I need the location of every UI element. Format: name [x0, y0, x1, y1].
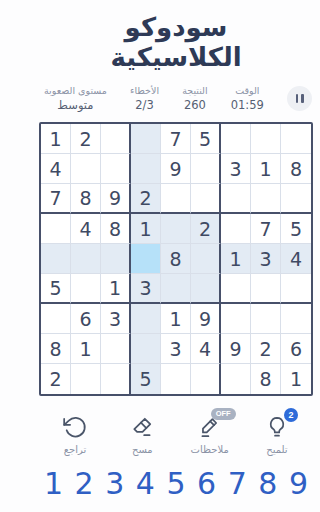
sudoku-cell[interactable]: 6: [71, 304, 101, 334]
sudoku-cell[interactable]: 9: [221, 334, 251, 364]
sudoku-cell[interactable]: 1: [131, 214, 161, 244]
difficulty-value: متوسط: [57, 98, 93, 112]
numpad-digit-5[interactable]: 5: [166, 469, 185, 499]
sudoku-cell[interactable]: 2: [191, 214, 221, 244]
sudoku-cell[interactable]: [191, 244, 221, 274]
sudoku-cell[interactable]: [251, 304, 281, 334]
sudoku-cell[interactable]: 1: [281, 364, 311, 394]
sudoku-cell[interactable]: [41, 304, 71, 334]
erase-button[interactable]: مسح: [111, 414, 173, 455]
sudoku-cell[interactable]: [251, 184, 281, 214]
sudoku-cell[interactable]: [71, 154, 101, 184]
sudoku-cell[interactable]: [161, 184, 191, 214]
sudoku-cell[interactable]: 1: [101, 274, 131, 304]
sudoku-board: 1275493187892481275813451363198134926258…: [39, 122, 313, 396]
numpad-digit-6[interactable]: 6: [197, 469, 216, 499]
sudoku-cell[interactable]: [191, 184, 221, 214]
mistakes-label: الأخطاء: [130, 85, 159, 96]
sudoku-cell[interactable]: 7: [161, 124, 191, 154]
sudoku-cell[interactable]: [101, 244, 131, 274]
sudoku-cell[interactable]: 8: [101, 214, 131, 244]
sudoku-cell[interactable]: 1: [71, 334, 101, 364]
sudoku-cell[interactable]: 3: [131, 274, 161, 304]
sudoku-cell[interactable]: [281, 304, 311, 334]
eraser-icon: [129, 414, 155, 440]
sudoku-cell[interactable]: 6: [281, 334, 311, 364]
sudoku-cell[interactable]: 3: [251, 244, 281, 274]
sudoku-cell[interactable]: [161, 274, 191, 304]
sudoku-cell[interactable]: [101, 124, 131, 154]
notes-button[interactable]: OFF ملاحظات: [179, 414, 241, 455]
pause-button[interactable]: [287, 86, 312, 111]
sudoku-cell[interactable]: [221, 304, 251, 334]
sudoku-cell[interactable]: 2: [41, 364, 71, 394]
score-label: النتيجة: [182, 85, 207, 96]
stat-time: الوقت 01:59: [231, 85, 264, 112]
sudoku-cell[interactable]: 8: [251, 364, 281, 394]
app-title-line2: الكلاسيكية: [32, 42, 320, 72]
numpad-digit-2[interactable]: 2: [75, 469, 94, 499]
sudoku-cell[interactable]: [161, 214, 191, 244]
status-bar: الوقت 01:59 النتيجة 260 الأخطاء 2/3 مستو…: [32, 82, 320, 114]
stat-mistakes: الأخطاء 2/3: [130, 85, 159, 112]
notes-off-badge: OFF: [211, 408, 236, 419]
score-value: 260: [184, 98, 206, 112]
sudoku-cell[interactable]: [101, 334, 131, 364]
numpad-digit-8[interactable]: 8: [258, 469, 277, 499]
mistakes-value: 2/3: [135, 98, 154, 112]
lightbulb-icon: 2: [264, 414, 290, 440]
sudoku-cell[interactable]: [71, 364, 101, 394]
sudoku-cell[interactable]: [161, 364, 191, 394]
sudoku-cell[interactable]: 1: [251, 154, 281, 184]
sudoku-cell[interactable]: [131, 304, 161, 334]
sudoku-cell[interactable]: 5: [281, 214, 311, 244]
sudoku-cell[interactable]: [71, 244, 101, 274]
toolbar: تراجع مسح OFF ملاحظات 2 تلميح: [32, 414, 320, 455]
numpad-digit-3[interactable]: 3: [105, 469, 124, 499]
sudoku-cell[interactable]: [221, 124, 251, 154]
sudoku-cell[interactable]: [191, 364, 221, 394]
sudoku-cell[interactable]: 1: [221, 244, 251, 274]
erase-label: مسح: [132, 444, 153, 455]
sudoku-cell[interactable]: [41, 214, 71, 244]
sudoku-cell[interactable]: [251, 124, 281, 154]
sudoku-cell[interactable]: [281, 184, 311, 214]
sudoku-cell[interactable]: [251, 274, 281, 304]
sudoku-cell[interactable]: 8: [161, 244, 191, 274]
numpad-digit-4[interactable]: 4: [136, 469, 155, 499]
sudoku-cell[interactable]: 4: [41, 154, 71, 184]
sudoku-cell[interactable]: [101, 364, 131, 394]
notes-label: ملاحظات: [191, 444, 229, 455]
sudoku-cell[interactable]: 1: [161, 304, 191, 334]
sudoku-cell[interactable]: 9: [161, 154, 191, 184]
stat-difficulty: مستوى الصعوبة متوسط: [44, 85, 107, 112]
time-value: 01:59: [231, 98, 264, 112]
time-label: الوقت: [235, 85, 259, 96]
sudoku-cell[interactable]: 3: [161, 334, 191, 364]
pencil-icon: OFF: [197, 414, 223, 440]
sudoku-cell[interactable]: [71, 274, 101, 304]
sudoku-cell[interactable]: 3: [101, 304, 131, 334]
sudoku-cell[interactable]: 2: [71, 124, 101, 154]
sudoku-cell[interactable]: 1: [41, 124, 71, 154]
sudoku-cell[interactable]: 9: [101, 184, 131, 214]
undo-button[interactable]: تراجع: [44, 414, 106, 455]
sudoku-cell[interactable]: 8: [71, 184, 101, 214]
sudoku-cell[interactable]: [221, 184, 251, 214]
sudoku-cell[interactable]: 5: [41, 274, 71, 304]
sudoku-cell[interactable]: 9: [191, 304, 221, 334]
app-title-line1: سودوكو: [32, 12, 320, 42]
sudoku-cell[interactable]: [221, 274, 251, 304]
number-pad: 123456789: [32, 469, 320, 499]
hint-count-badge: 2: [284, 408, 298, 422]
sudoku-cell[interactable]: [191, 274, 221, 304]
sudoku-cell[interactable]: 7: [251, 214, 281, 244]
sudoku-cell[interactable]: 4: [281, 244, 311, 274]
app-title: سودوكو الكلاسيكية: [32, 12, 320, 72]
sudoku-cell[interactable]: 8: [41, 334, 71, 364]
sudoku-cell[interactable]: [191, 154, 221, 184]
numpad-digit-9[interactable]: 9: [289, 469, 308, 499]
sudoku-cell[interactable]: 4: [71, 214, 101, 244]
sudoku-cell[interactable]: [41, 244, 71, 274]
sudoku-cell[interactable]: [101, 154, 131, 184]
pause-icon: [296, 94, 299, 103]
pause-icon: [301, 94, 304, 103]
sudoku-cell[interactable]: 2: [251, 334, 281, 364]
hint-button[interactable]: 2 تلميح: [246, 414, 308, 455]
sudoku-cell[interactable]: 5: [191, 124, 221, 154]
sudoku-cell[interactable]: [131, 244, 161, 274]
sudoku-cell[interactable]: 2: [131, 184, 161, 214]
sudoku-cell[interactable]: 4: [191, 334, 221, 364]
stat-score: النتيجة 260: [182, 85, 207, 112]
numpad-digit-7[interactable]: 7: [228, 469, 247, 499]
hint-label: تلميح: [266, 444, 287, 455]
sudoku-cell[interactable]: [131, 154, 161, 184]
sudoku-cell[interactable]: 7: [41, 184, 71, 214]
sudoku-cell[interactable]: [281, 124, 311, 154]
sudoku-cell[interactable]: [221, 214, 251, 244]
sudoku-cell[interactable]: 8: [281, 154, 311, 184]
sudoku-board-wrap: 1275493187892481275813451363198134926258…: [39, 122, 313, 396]
sudoku-cell[interactable]: [131, 124, 161, 154]
sudoku-cell[interactable]: 3: [221, 154, 251, 184]
undo-label: تراجع: [64, 444, 87, 455]
difficulty-label: مستوى الصعوبة: [44, 85, 107, 96]
numpad-digit-1[interactable]: 1: [44, 469, 63, 499]
sudoku-cell[interactable]: [281, 274, 311, 304]
sudoku-cell[interactable]: [221, 364, 251, 394]
sudoku-cell[interactable]: 5: [131, 364, 161, 394]
undo-icon: [62, 414, 88, 440]
sudoku-cell[interactable]: [131, 334, 161, 364]
